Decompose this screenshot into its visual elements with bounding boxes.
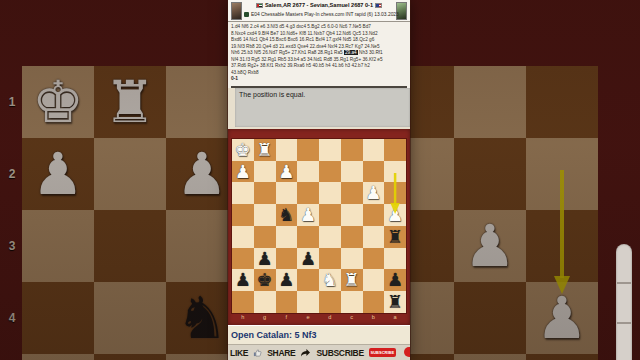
square-h3[interactable] <box>232 182 254 204</box>
square-f2[interactable]: ♟ <box>276 161 298 183</box>
square-h7[interactable]: ♟ <box>232 269 254 291</box>
square-f6[interactable] <box>276 248 298 270</box>
evaluation-box: The position is equal. <box>235 88 410 127</box>
notification-dot <box>404 347 410 357</box>
square-d5[interactable] <box>319 226 341 248</box>
square-f3[interactable] <box>276 182 298 204</box>
black-king-piece: ♚ <box>254 269 276 291</box>
square-c4[interactable] <box>341 204 363 226</box>
square-b3[interactable]: ♟ <box>363 182 385 204</box>
square-b8[interactable] <box>363 291 385 313</box>
square-e6[interactable]: ♟ <box>297 248 319 270</box>
current-move[interactable]: 29.a4 <box>344 50 358 55</box>
white-king-piece: ♚ <box>232 139 254 161</box>
square-g1[interactable]: ♜ <box>254 139 276 161</box>
square-d8[interactable] <box>319 291 341 313</box>
file-label: b <box>363 313 385 322</box>
black-knight-piece: ♞ <box>276 204 298 226</box>
black-rook-piece: ♜ <box>384 291 406 313</box>
square-d6[interactable] <box>319 248 341 270</box>
white-pawn-piece: ♟ <box>384 204 406 226</box>
white-knight-piece: ♞ <box>319 269 341 291</box>
move-line-highlighted: Nh6 25.b3 Nf5 26.Nd7 Rg5+ 27.Kh1 Ra8 28.… <box>231 50 407 57</box>
square-c1[interactable] <box>341 139 363 161</box>
uae-flag-icon <box>256 3 263 8</box>
game-header: Salem,AR 2677 - Sevian,Samuel 2687 0-1 E… <box>228 0 410 22</box>
action-bar: LIKE SHARE SUBSCRIBE SUBSCRIBE <box>228 344 410 360</box>
square-f5[interactable] <box>276 226 298 248</box>
square-e8[interactable] <box>297 291 319 313</box>
square-a8[interactable]: ♜ <box>384 291 406 313</box>
moves-before-current: Nh6 25.b3 Nf5 26.Nd7 Rg5+ 27.Kh1 Ra8 28.… <box>231 50 344 55</box>
move-list[interactable]: 1.d4 Nf6 2.c4 e6 3.Nf3 d5 4.g3 dxc4 5.Bg… <box>228 22 410 88</box>
square-d4[interactable] <box>319 204 341 226</box>
square-e1[interactable] <box>297 139 319 161</box>
file-label: g <box>254 313 276 322</box>
square-c7[interactable]: ♜ <box>341 269 363 291</box>
square-e4[interactable]: ♟ <box>297 204 319 226</box>
square-g2[interactable] <box>254 161 276 183</box>
white-pawn-piece: ♟ <box>297 204 319 226</box>
square-h6[interactable] <box>232 248 254 270</box>
white-pawn-piece: ♟ <box>276 161 298 183</box>
square-e3[interactable] <box>297 182 319 204</box>
file-label: h <box>232 313 254 322</box>
file-labels: h g f e d c b a <box>232 313 406 322</box>
white-pawn-piece: ♟ <box>232 161 254 183</box>
black-rook-piece: ♜ <box>384 226 406 248</box>
chess-board: ♚♜♟♟♟♞♟♟♜♟♟♟♚♟♞♜♟♜ <box>232 139 406 313</box>
square-c8[interactable] <box>341 291 363 313</box>
square-e7[interactable] <box>297 269 319 291</box>
subscribe-button[interactable]: SUBSCRIBE <box>369 348 396 357</box>
us-flag-icon <box>375 3 382 8</box>
thumbs-up-icon[interactable] <box>253 348 262 357</box>
white-rook-piece: ♜ <box>254 139 276 161</box>
square-b5[interactable] <box>363 226 385 248</box>
square-g4[interactable] <box>254 204 276 226</box>
event-text: E04 Chessable Masters Play-In chess.com … <box>251 12 399 17</box>
square-a6[interactable] <box>384 248 406 270</box>
square-c3[interactable] <box>341 182 363 204</box>
square-g7[interactable]: ♚ <box>254 269 276 291</box>
square-f4[interactable]: ♞ <box>276 204 298 226</box>
square-a2[interactable] <box>384 161 406 183</box>
square-h1[interactable]: ♚ <box>232 139 254 161</box>
subscribe-label[interactable]: SUBSCRIBE <box>316 348 363 358</box>
share-button[interactable]: SHARE <box>267 348 295 358</box>
board-frame: ♚♜♟♟♟♞♟♟♜♟♟♟♚♟♞♜♟♜ h g f e d c b a <box>228 129 410 325</box>
square-f8[interactable] <box>276 291 298 313</box>
square-e2[interactable] <box>297 161 319 183</box>
square-b1[interactable] <box>363 139 385 161</box>
square-a3[interactable] <box>384 182 406 204</box>
file-label: e <box>297 313 319 322</box>
share-arrow-icon[interactable] <box>300 348 311 357</box>
square-b7[interactable] <box>363 269 385 291</box>
moves-after-current: Nh3 30.Rf1 <box>358 50 383 55</box>
square-b6[interactable] <box>363 248 385 270</box>
black-pawn-piece: ♟ <box>232 269 254 291</box>
square-b2[interactable] <box>363 161 385 183</box>
evaluation-text: The position is equal. <box>235 88 410 98</box>
square-d3[interactable] <box>319 182 341 204</box>
square-e5[interactable] <box>297 226 319 248</box>
square-h2[interactable]: ♟ <box>232 161 254 183</box>
square-c5[interactable] <box>341 226 363 248</box>
square-d1[interactable] <box>319 139 341 161</box>
event-logo-icon <box>244 12 249 17</box>
black-pawn-piece: ♟ <box>254 248 276 270</box>
opening-caption: Open Catalan: 5 Nf3 <box>228 325 410 344</box>
file-label: a <box>384 313 406 322</box>
black-pawn-piece: ♟ <box>276 269 298 291</box>
white-pawn-piece: ♟ <box>363 182 385 204</box>
square-f7[interactable]: ♟ <box>276 269 298 291</box>
square-a5[interactable]: ♜ <box>384 226 406 248</box>
square-f1[interactable] <box>276 139 298 161</box>
square-a7[interactable]: ♟ <box>384 269 406 291</box>
white-rook-piece: ♜ <box>341 269 363 291</box>
square-c6[interactable] <box>341 248 363 270</box>
square-d7[interactable]: ♞ <box>319 269 341 291</box>
evaluation-strip: The position is equal. <box>228 88 410 129</box>
square-h4[interactable] <box>232 204 254 226</box>
game-result: 0-1 <box>231 76 407 83</box>
players-result-text: Salem,AR 2677 - Sevian,Samuel 2687 0-1 <box>265 2 373 8</box>
players-line: Salem,AR 2677 - Sevian,Samuel 2687 0-1 <box>244 2 394 8</box>
square-g5[interactable] <box>254 226 276 248</box>
black-pawn-piece: ♟ <box>297 248 319 270</box>
game-panel: Salem,AR 2677 - Sevian,Samuel 2687 0-1 E… <box>228 0 410 360</box>
event-line: E04 Chessable Masters Play-In chess.com … <box>244 12 394 17</box>
black-player-avatar <box>396 2 407 20</box>
square-d2[interactable] <box>319 161 341 183</box>
square-h5[interactable] <box>232 226 254 248</box>
file-label: f <box>276 313 298 322</box>
square-h8[interactable] <box>232 291 254 313</box>
white-player-avatar <box>231 2 242 20</box>
square-a4[interactable]: ♟ <box>384 204 406 226</box>
file-label: d <box>319 313 341 322</box>
square-g6[interactable]: ♟ <box>254 248 276 270</box>
black-pawn-piece: ♟ <box>384 269 406 291</box>
square-a1[interactable] <box>384 139 406 161</box>
square-g8[interactable] <box>254 291 276 313</box>
square-g3[interactable] <box>254 182 276 204</box>
file-label: c <box>341 313 363 322</box>
like-button[interactable]: LIKE <box>230 348 248 358</box>
scrollbar[interactable] <box>616 244 632 360</box>
square-b4[interactable] <box>363 204 385 226</box>
square-c2[interactable] <box>341 161 363 183</box>
